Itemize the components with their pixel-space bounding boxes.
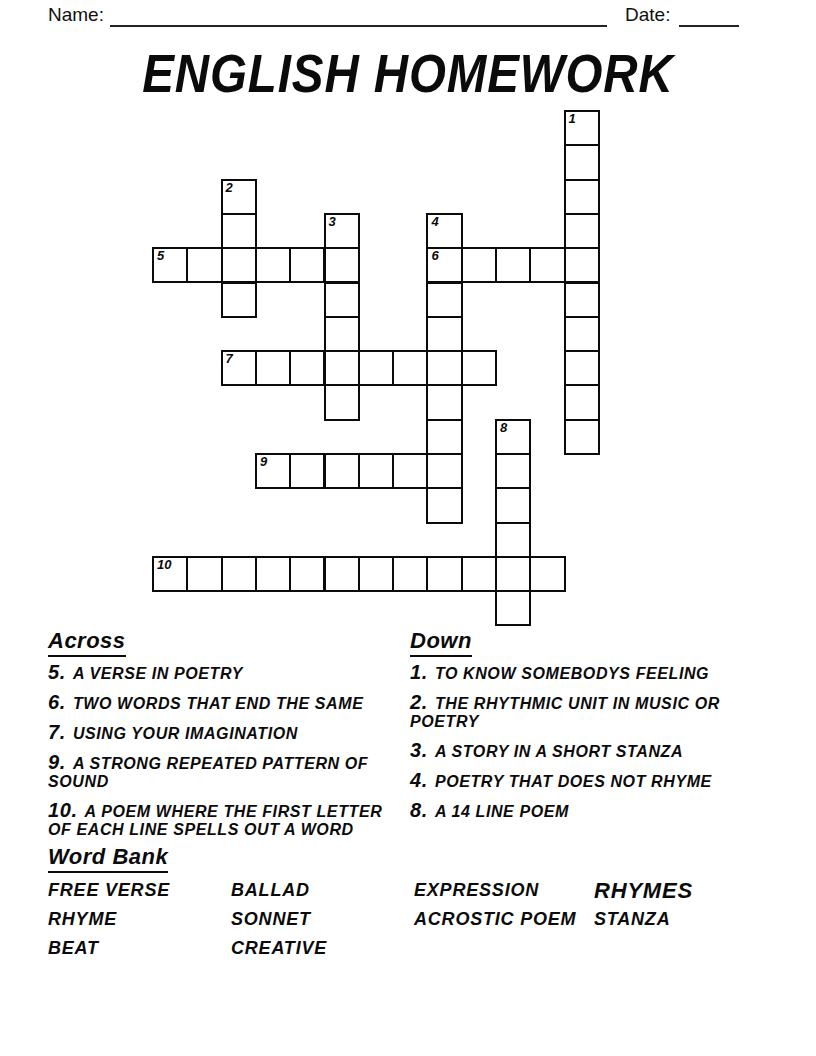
clue-text-line: 8.A 14 LINE POEM xyxy=(410,801,720,821)
grid-cell[interactable] xyxy=(564,350,600,386)
grid-cell[interactable] xyxy=(324,282,360,318)
grid-cell[interactable] xyxy=(255,556,291,592)
clue-number: 10. xyxy=(48,799,78,821)
grid-cell[interactable] xyxy=(186,247,222,283)
grid-cell[interactable] xyxy=(495,453,531,489)
date-label: Date: xyxy=(625,4,670,26)
clue-text-line: 2.THE RHYTHMIC UNIT IN MUSIC OR xyxy=(410,693,720,713)
grid-cell[interactable] xyxy=(324,384,360,420)
clue-text-line: SOUND xyxy=(48,773,382,791)
grid-cell[interactable]: 2 xyxy=(221,179,257,215)
cell-clue-number: 1 xyxy=(569,112,576,126)
word-bank-column: EXPRESSIONACROSTIC POEM xyxy=(414,876,576,934)
grid-cell[interactable] xyxy=(324,247,360,283)
clue: 6.TWO WORDS THAT END THE SAME xyxy=(48,693,382,713)
clue-text-line: OF EACH LINE SPELLS OUT A WORD xyxy=(48,821,382,839)
clue-text-line: 10.A POEM WHERE THE FIRST LETTER xyxy=(48,801,382,821)
clue: 10.A POEM WHERE THE FIRST LETTEROF EACH … xyxy=(48,801,382,839)
grid-cell[interactable] xyxy=(324,556,360,592)
cell-clue-number: 2 xyxy=(226,181,233,195)
grid-cell[interactable] xyxy=(392,350,428,386)
clue-number: 8. xyxy=(410,799,428,821)
grid-cell[interactable] xyxy=(221,247,257,283)
grid-cell[interactable] xyxy=(495,590,531,626)
grid-cell[interactable] xyxy=(324,350,360,386)
down-section: Down 1.TO KNOW SOMEBODYS FEELING2.THE RH… xyxy=(410,628,720,831)
word-bank-item: RHYME xyxy=(48,905,170,934)
grid-cell[interactable]: 1 xyxy=(564,110,600,146)
clue: 8.A 14 LINE POEM xyxy=(410,801,720,821)
word-bank-item: SONNET xyxy=(231,905,327,934)
grid-cell[interactable]: 6 xyxy=(426,247,462,283)
grid-cell[interactable] xyxy=(392,556,428,592)
word-bank-item: STANZA xyxy=(594,905,693,934)
grid-cell[interactable]: 3 xyxy=(324,213,360,249)
word-bank-item: BALLAD xyxy=(231,876,327,905)
grid-cell[interactable] xyxy=(221,282,257,318)
word-bank-item: EXPRESSION xyxy=(414,876,576,905)
cell-clue-number: 5 xyxy=(157,249,164,263)
crossword-grid: 12345678910 xyxy=(152,110,601,627)
grid-cell[interactable] xyxy=(461,350,497,386)
grid-cell[interactable] xyxy=(564,247,600,283)
clue-number: 6. xyxy=(48,691,66,713)
grid-cell[interactable] xyxy=(289,350,325,386)
grid-cell[interactable] xyxy=(392,453,428,489)
grid-cell[interactable]: 4 xyxy=(426,213,462,249)
clue-number: 4. xyxy=(410,769,428,791)
grid-cell[interactable] xyxy=(255,350,291,386)
grid-cell[interactable] xyxy=(426,419,462,455)
grid-cell[interactable] xyxy=(529,247,565,283)
grid-cell[interactable] xyxy=(221,213,257,249)
clue-text-line: 7.USING YOUR IMAGINATION xyxy=(48,723,382,743)
grid-cell[interactable] xyxy=(426,384,462,420)
name-label: Name: xyxy=(48,4,104,26)
grid-cell[interactable] xyxy=(426,453,462,489)
clue-number: 3. xyxy=(410,739,428,761)
grid-cell[interactable] xyxy=(495,247,531,283)
word-bank-columns: FREE VERSERHYMEBEATBALLADSONNETCREATIVEE… xyxy=(48,876,768,976)
grid-cell[interactable] xyxy=(564,144,600,180)
grid-cell[interactable] xyxy=(324,316,360,352)
clue: 2.THE RHYTHMIC UNIT IN MUSIC ORPOETRY xyxy=(410,693,720,731)
across-heading: Across xyxy=(48,628,126,657)
cell-clue-number: 10 xyxy=(157,558,171,572)
word-bank-item: BEAT xyxy=(48,934,170,963)
grid-cell[interactable] xyxy=(564,316,600,352)
clue: 4.POETRY THAT DOES NOT RHYME xyxy=(410,771,720,791)
grid-cell[interactable]: 10 xyxy=(152,556,188,592)
clue-text-line: 1.TO KNOW SOMEBODYS FEELING xyxy=(410,663,720,683)
word-bank-column: RHYMESSTANZA xyxy=(594,876,693,934)
cell-clue-number: 6 xyxy=(431,249,438,263)
across-clue-list: 5.A VERSE IN POETRY6.TWO WORDS THAT END … xyxy=(48,663,382,839)
cell-clue-number: 4 xyxy=(431,215,438,229)
name-write-in-line[interactable] xyxy=(110,25,607,27)
clue-text-line: 3.A STORY IN A SHORT STANZA xyxy=(410,741,720,761)
word-bank-item: CREATIVE xyxy=(231,934,327,963)
word-bank-section: Word Bank xyxy=(48,844,168,879)
clue-text-line: 6.TWO WORDS THAT END THE SAME xyxy=(48,693,382,713)
word-bank-column: BALLADSONNETCREATIVE xyxy=(231,876,327,963)
word-bank-heading: Word Bank xyxy=(48,844,168,873)
grid-cell[interactable] xyxy=(289,556,325,592)
across-section: Across 5.A VERSE IN POETRY6.TWO WORDS TH… xyxy=(48,628,382,849)
grid-cell[interactable] xyxy=(255,247,291,283)
grid-cell[interactable] xyxy=(324,453,360,489)
grid-cell[interactable] xyxy=(564,419,600,455)
clue-text-line: 9.A STRONG REPEATED PATTERN OF xyxy=(48,753,382,773)
worksheet-page: Name: Date: ENGLISH HOMEWORK 12345678910… xyxy=(0,0,816,1056)
grid-cell[interactable]: 8 xyxy=(495,419,531,455)
clue: 9.A STRONG REPEATED PATTERN OFSOUND xyxy=(48,753,382,791)
grid-cell[interactable] xyxy=(289,247,325,283)
grid-cell[interactable] xyxy=(426,556,462,592)
cell-clue-number: 9 xyxy=(260,455,267,469)
grid-cell[interactable] xyxy=(426,487,462,523)
clue-number: 7. xyxy=(48,721,66,743)
grid-cell[interactable]: 7 xyxy=(221,350,257,386)
cell-clue-number: 7 xyxy=(226,352,233,366)
grid-cell[interactable] xyxy=(495,522,531,558)
grid-cell[interactable] xyxy=(564,384,600,420)
clue-number: 1. xyxy=(410,661,428,683)
grid-cell[interactable]: 5 xyxy=(152,247,188,283)
grid-cell[interactable] xyxy=(186,556,222,592)
grid-cell[interactable]: 9 xyxy=(255,453,291,489)
date-write-in-line[interactable] xyxy=(679,25,739,27)
grid-cell[interactable] xyxy=(426,350,462,386)
word-bank-column: FREE VERSERHYMEBEAT xyxy=(48,876,170,963)
grid-cell[interactable] xyxy=(221,556,257,592)
cell-clue-number: 3 xyxy=(329,215,336,229)
clue-number: 2. xyxy=(410,691,428,713)
clue-number: 9. xyxy=(48,751,66,773)
page-title: ENGLISH HOMEWORK xyxy=(49,42,767,104)
clue-text-line: POETRY xyxy=(410,713,720,731)
clue-text-line: 4.POETRY THAT DOES NOT RHYME xyxy=(410,771,720,791)
grid-cell[interactable] xyxy=(461,556,497,592)
grid-cell[interactable] xyxy=(495,556,531,592)
clue: 7.USING YOUR IMAGINATION xyxy=(48,723,382,743)
grid-cell[interactable] xyxy=(564,282,600,318)
grid-cell[interactable] xyxy=(426,282,462,318)
clue-number: 5. xyxy=(48,661,66,683)
down-clue-list: 1.TO KNOW SOMEBODYS FEELING2.THE RHYTHMI… xyxy=(410,663,720,821)
grid-cell[interactable] xyxy=(358,453,394,489)
word-bank-item: RHYMES xyxy=(594,876,693,905)
grid-cell[interactable] xyxy=(358,556,394,592)
grid-cell[interactable] xyxy=(564,179,600,215)
clue: 5.A VERSE IN POETRY xyxy=(48,663,382,683)
clue: 1.TO KNOW SOMEBODYS FEELING xyxy=(410,663,720,683)
grid-cell[interactable] xyxy=(358,350,394,386)
grid-cell[interactable] xyxy=(495,487,531,523)
grid-cell[interactable] xyxy=(461,247,497,283)
grid-cell[interactable] xyxy=(426,316,462,352)
clue-text-line: 5.A VERSE IN POETRY xyxy=(48,663,382,683)
grid-cell[interactable] xyxy=(289,453,325,489)
down-heading: Down xyxy=(410,628,472,657)
clue: 3.A STORY IN A SHORT STANZA xyxy=(410,741,720,761)
grid-cell[interactable] xyxy=(564,213,600,249)
cell-clue-number: 8 xyxy=(500,421,507,435)
word-bank-item: FREE VERSE xyxy=(48,876,170,905)
word-bank-item: ACROSTIC POEM xyxy=(414,905,576,934)
grid-cell[interactable] xyxy=(529,556,565,592)
